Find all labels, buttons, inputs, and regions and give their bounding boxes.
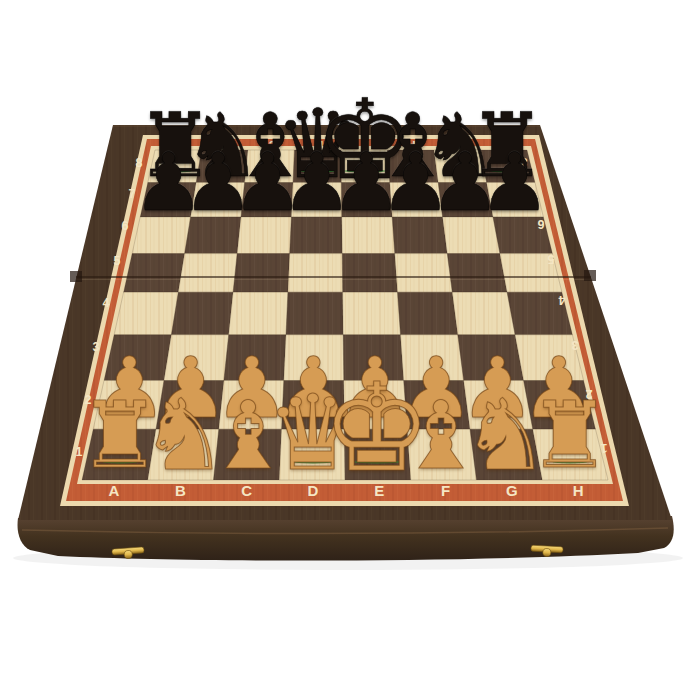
piece-black-pawn-h7[interactable]: ♟ <box>479 142 551 222</box>
piece-white-rook-h1[interactable]: ♜ <box>528 390 610 482</box>
chess-set-photo: ABCDEFGHABCDEFGH8765432187654321 ♜♞♝♛♚♝♞… <box>0 0 700 700</box>
pieces-layer: ♜♞♝♛♚♝♞♜♟♟♟♟♟♟♟♟♟♟♟♟♟♟♟♟♜♞♝♛♚♝♞♜ <box>0 0 700 700</box>
